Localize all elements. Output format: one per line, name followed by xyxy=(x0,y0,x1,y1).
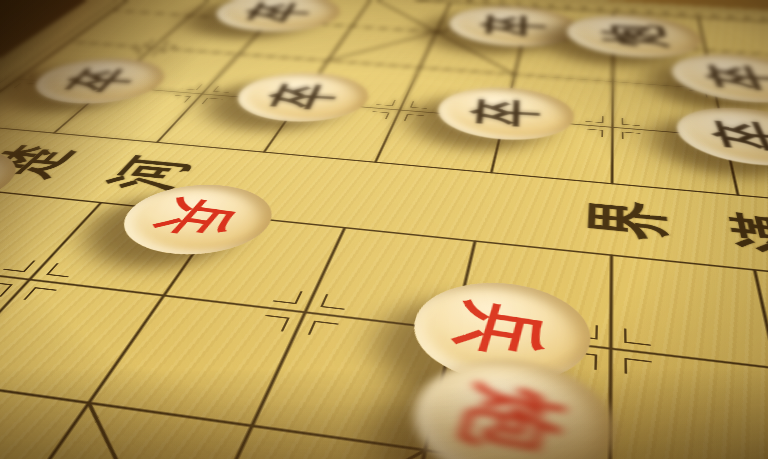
piece-black-far-3[interactable]: 炮 xyxy=(565,11,706,61)
piece-glyph: 卒 xyxy=(240,1,316,23)
piece-glyph: 卒 xyxy=(57,66,143,93)
piece-black-soldier-1[interactable]: 卒 xyxy=(12,54,182,108)
xiangqi-board: 楚 河 界 漢 卒卒炮卒卒卒卒卒兵兵兵炮 xyxy=(0,0,768,459)
piece-glyph: 卒 xyxy=(707,118,768,152)
piece-black-far-4[interactable]: 卒 xyxy=(669,50,768,107)
piece-glyph: 卒 xyxy=(701,63,768,91)
piece-red-foreground[interactable]: 炮 xyxy=(399,349,614,459)
piece-black-far-1[interactable]: 卒 xyxy=(200,0,352,35)
piece-glyph: 炮 xyxy=(597,22,672,47)
piece-glyph: 卒 xyxy=(479,13,547,36)
piece-red-soldier-2[interactable]: 兵 xyxy=(100,179,288,261)
piece-black-far-2[interactable]: 卒 xyxy=(441,2,579,49)
xiangqi-photo-scene: 楚 河 界 漢 卒卒炮卒卒卒卒卒兵兵兵炮 xyxy=(0,0,768,459)
pieces-layer: 卒卒炮卒卒卒卒卒兵兵兵炮 xyxy=(0,0,768,459)
piece-black-soldier-2[interactable]: 卒 xyxy=(220,68,379,126)
piece-black-soldier-4[interactable]: 卒 xyxy=(674,103,768,171)
piece-glyph: 炮 xyxy=(453,379,571,459)
piece-red-soldier-1[interactable]: 兵 xyxy=(0,144,39,215)
piece-glyph: 卒 xyxy=(263,82,342,111)
piece-glyph: 兵 xyxy=(147,196,248,241)
piece-glyph: 兵 xyxy=(448,298,553,362)
piece-black-soldier-3[interactable]: 卒 xyxy=(429,83,577,145)
piece-glyph: 卒 xyxy=(469,97,542,128)
